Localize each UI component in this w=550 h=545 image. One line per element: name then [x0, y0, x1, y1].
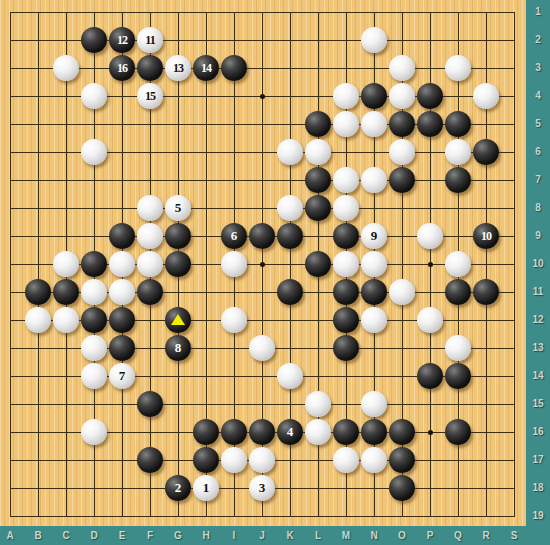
stone-black-c11 [53, 279, 79, 305]
move-number-label: 12 [109, 27, 135, 53]
col-label-s: S [504, 530, 524, 541]
stone-white-k14 [277, 363, 303, 389]
grid-line-horizontal [10, 404, 515, 405]
stone-white-p12 [417, 307, 443, 333]
row-label-18: 18 [527, 481, 549, 495]
stone-black-m16 [333, 419, 359, 445]
stone-black-g18: 2 [165, 475, 191, 501]
triangle-marker-icon [171, 314, 185, 325]
stone-black-o17 [389, 447, 415, 473]
col-label-i: I [224, 530, 244, 541]
stone-white-l16 [305, 419, 331, 445]
stone-white-c12 [53, 307, 79, 333]
row-label-1: 1 [527, 5, 549, 19]
stone-white-i12 [221, 307, 247, 333]
stone-white-d4 [81, 83, 107, 109]
col-label-j: J [252, 530, 272, 541]
stone-black-q11 [445, 279, 471, 305]
stone-white-f2: 11 [137, 27, 163, 53]
stone-black-n4 [361, 83, 387, 109]
col-label-p: P [420, 530, 440, 541]
stone-black-p14 [417, 363, 443, 389]
stone-white-o4 [389, 83, 415, 109]
row-label-13: 13 [527, 341, 549, 355]
stone-white-k8 [277, 195, 303, 221]
stone-black-k16: 4 [277, 419, 303, 445]
stone-black-h17 [193, 447, 219, 473]
stone-white-j18: 3 [249, 475, 275, 501]
stone-white-n15 [361, 391, 387, 417]
stone-black-k11 [277, 279, 303, 305]
stone-black-e13 [109, 335, 135, 361]
stone-black-l10 [305, 251, 331, 277]
move-number-label: 8 [165, 335, 191, 361]
stone-black-n16 [361, 419, 387, 445]
stone-black-o18 [389, 475, 415, 501]
stone-black-m13 [333, 335, 359, 361]
stone-black-r11 [473, 279, 499, 305]
stone-white-l15 [305, 391, 331, 417]
col-label-k: K [280, 530, 300, 541]
stone-white-n9: 9 [361, 223, 387, 249]
stone-black-q7 [445, 167, 471, 193]
stone-white-l6 [305, 139, 331, 165]
col-label-c: C [56, 530, 76, 541]
col-label-h: H [196, 530, 216, 541]
stone-black-g10 [165, 251, 191, 277]
stone-white-m7 [333, 167, 359, 193]
stone-white-g3: 13 [165, 55, 191, 81]
stone-black-p4 [417, 83, 443, 109]
stone-white-d13 [81, 335, 107, 361]
stone-white-j13 [249, 335, 275, 361]
stone-black-h3: 14 [193, 55, 219, 81]
stone-white-n7 [361, 167, 387, 193]
row-label-9: 9 [527, 229, 549, 243]
row-label-7: 7 [527, 173, 549, 187]
stone-white-c10 [53, 251, 79, 277]
row-label-4: 4 [527, 89, 549, 103]
row-label-16: 16 [527, 425, 549, 439]
row-label-6: 6 [527, 145, 549, 159]
stone-white-f10 [137, 251, 163, 277]
stone-black-g12 [165, 307, 191, 333]
col-label-a: A [0, 530, 20, 541]
row-label-10: 10 [527, 257, 549, 271]
stone-black-i16 [221, 419, 247, 445]
stone-white-n10 [361, 251, 387, 277]
stone-black-f15 [137, 391, 163, 417]
stone-black-q5 [445, 111, 471, 137]
move-number-label: 4 [277, 419, 303, 445]
col-label-m: M [336, 530, 356, 541]
stone-white-j17 [249, 447, 275, 473]
row-label-3: 3 [527, 61, 549, 75]
move-number-label: 7 [109, 363, 135, 389]
row-label-11: 11 [527, 285, 549, 299]
stone-black-l8 [305, 195, 331, 221]
stone-black-o7 [389, 167, 415, 193]
grid-line-horizontal [10, 516, 515, 517]
move-number-label: 2 [165, 475, 191, 501]
star-point-p16 [428, 430, 433, 435]
row-label-2: 2 [527, 33, 549, 47]
stone-white-m8 [333, 195, 359, 221]
stone-black-e3: 16 [109, 55, 135, 81]
row-label-19: 19 [527, 509, 549, 523]
stone-black-g13: 8 [165, 335, 191, 361]
stone-white-n12 [361, 307, 387, 333]
col-label-g: G [168, 530, 188, 541]
stone-white-o6 [389, 139, 415, 165]
stone-white-e11 [109, 279, 135, 305]
stone-white-n2 [361, 27, 387, 53]
row-label-14: 14 [527, 369, 549, 383]
stone-black-f3 [137, 55, 163, 81]
col-label-b: B [28, 530, 48, 541]
stone-black-e12 [109, 307, 135, 333]
col-label-l: L [308, 530, 328, 541]
stone-black-q14 [445, 363, 471, 389]
stone-black-f17 [137, 447, 163, 473]
stone-white-q13 [445, 335, 471, 361]
stone-black-p5 [417, 111, 443, 137]
col-label-f: F [140, 530, 160, 541]
row-label-17: 17 [527, 453, 549, 467]
row-label-8: 8 [527, 201, 549, 215]
stone-white-r4 [473, 83, 499, 109]
stone-white-q10 [445, 251, 471, 277]
stone-black-i3 [221, 55, 247, 81]
stone-white-d14 [81, 363, 107, 389]
stone-black-i9: 6 [221, 223, 247, 249]
stone-black-e9 [109, 223, 135, 249]
stone-black-g9 [165, 223, 191, 249]
star-point-j4 [260, 94, 265, 99]
stone-white-e14: 7 [109, 363, 135, 389]
stone-white-i17 [221, 447, 247, 473]
stone-black-j16 [249, 419, 275, 445]
move-number-label: 15 [137, 83, 163, 109]
move-number-label: 14 [193, 55, 219, 81]
stone-black-d2 [81, 27, 107, 53]
stone-white-i10 [221, 251, 247, 277]
move-number-label: 16 [109, 55, 135, 81]
stone-white-q6 [445, 139, 471, 165]
stone-black-q16 [445, 419, 471, 445]
col-label-d: D [84, 530, 104, 541]
stone-black-r9: 10 [473, 223, 499, 249]
move-number-label: 5 [165, 195, 191, 221]
stone-black-m9 [333, 223, 359, 249]
grid-line-vertical [514, 12, 515, 517]
stone-white-m5 [333, 111, 359, 137]
row-label-15: 15 [527, 397, 549, 411]
stone-white-n17 [361, 447, 387, 473]
stone-black-o16 [389, 419, 415, 445]
row-label-12: 12 [527, 313, 549, 327]
stone-black-d12 [81, 307, 107, 333]
stone-black-l7 [305, 167, 331, 193]
stone-white-k6 [277, 139, 303, 165]
stone-black-b11 [25, 279, 51, 305]
stone-black-k9 [277, 223, 303, 249]
stone-white-c3 [53, 55, 79, 81]
stone-white-d16 [81, 419, 107, 445]
move-number-label: 10 [473, 223, 499, 249]
star-point-j10 [260, 262, 265, 267]
stone-white-f9 [137, 223, 163, 249]
stone-white-b12 [25, 307, 51, 333]
stone-black-m11 [333, 279, 359, 305]
stone-white-n5 [361, 111, 387, 137]
col-label-q: Q [448, 530, 468, 541]
stone-white-d6 [81, 139, 107, 165]
move-number-label: 6 [221, 223, 247, 249]
stone-white-d11 [81, 279, 107, 305]
col-label-r: R [476, 530, 496, 541]
stone-white-g8: 5 [165, 195, 191, 221]
move-number-label: 3 [249, 475, 275, 501]
stone-white-h18: 1 [193, 475, 219, 501]
stone-black-n11 [361, 279, 387, 305]
stone-black-o5 [389, 111, 415, 137]
row-label-5: 5 [527, 117, 549, 131]
go-diagram-screen: 12111613141556910874213 ABCDEFGHIJKLMNOP… [0, 0, 550, 545]
stone-black-j9 [249, 223, 275, 249]
stone-black-f11 [137, 279, 163, 305]
go-board[interactable]: 12111613141556910874213 [0, 0, 526, 526]
stone-white-e10 [109, 251, 135, 277]
col-label-n: N [364, 530, 384, 541]
stone-white-f4: 15 [137, 83, 163, 109]
col-label-o: O [392, 530, 412, 541]
move-number-label: 1 [193, 475, 219, 501]
stone-white-p9 [417, 223, 443, 249]
move-number-label: 13 [165, 55, 191, 81]
stone-white-o11 [389, 279, 415, 305]
stone-black-l5 [305, 111, 331, 137]
stone-black-h16 [193, 419, 219, 445]
stone-black-d10 [81, 251, 107, 277]
col-label-e: E [112, 530, 132, 541]
stone-black-e2: 12 [109, 27, 135, 53]
stone-white-m4 [333, 83, 359, 109]
move-number-label: 11 [137, 27, 163, 53]
stone-black-m12 [333, 307, 359, 333]
stone-white-m10 [333, 251, 359, 277]
stone-white-o3 [389, 55, 415, 81]
stone-white-f8 [137, 195, 163, 221]
stone-white-q3 [445, 55, 471, 81]
star-point-p10 [428, 262, 433, 267]
stone-black-r6 [473, 139, 499, 165]
stone-white-m17 [333, 447, 359, 473]
move-number-label: 9 [361, 223, 387, 249]
